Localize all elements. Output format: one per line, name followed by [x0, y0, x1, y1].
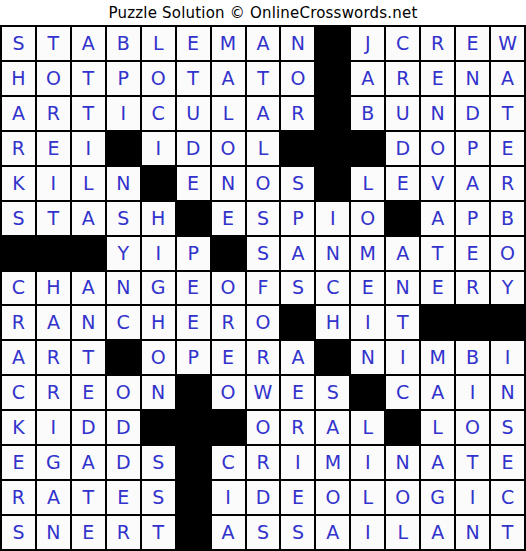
letter-cell: E	[2, 446, 35, 479]
letter-cell: L	[386, 516, 419, 549]
letter-cell: I	[37, 167, 70, 200]
letter-cell: C	[107, 306, 140, 339]
letter-cell: N	[281, 27, 314, 60]
letter-cell: I	[281, 446, 314, 479]
letter-cell: H	[142, 306, 175, 339]
letter-cell: C	[316, 272, 349, 305]
letter-cell: N	[456, 62, 489, 95]
letter-cell: R	[2, 481, 35, 514]
letter-cell: S	[2, 516, 35, 549]
letter-cell: I	[456, 481, 489, 514]
page-title: Puzzle Solution © OnlineCrosswords.net	[0, 0, 526, 25]
letter-cell: D	[456, 97, 489, 130]
letter-cell: T	[72, 62, 105, 95]
letter-cell: S	[247, 237, 280, 270]
letter-cell: P	[107, 62, 140, 95]
letter-cell: D	[72, 411, 105, 444]
letter-cell: M	[421, 341, 454, 374]
letter-cell: O	[247, 167, 280, 200]
block-cell	[314, 60, 351, 97]
letter-cell: E	[491, 132, 524, 165]
letter-cell: A	[72, 272, 105, 305]
block-cell	[70, 235, 107, 272]
letter-cell: A	[247, 27, 280, 60]
letter-cell: Y	[491, 272, 524, 305]
block-cell	[314, 130, 351, 167]
letter-cell: S	[2, 27, 35, 60]
letter-cell: T	[37, 27, 70, 60]
letter-cell: P	[456, 132, 489, 165]
letter-cell: F	[247, 272, 280, 305]
block-cell	[279, 304, 316, 341]
letter-cell: C	[491, 481, 524, 514]
letter-cell: O	[107, 376, 140, 409]
letter-cell: I	[142, 237, 175, 270]
block-cell	[279, 130, 316, 167]
letter-cell: R	[212, 306, 245, 339]
block-cell	[349, 130, 386, 167]
block-cell	[384, 409, 421, 446]
letter-cell: U	[177, 97, 210, 130]
letter-cell: E	[212, 202, 245, 235]
letter-cell: T	[72, 341, 105, 374]
block-cell	[140, 409, 177, 446]
letter-cell: R	[247, 341, 280, 374]
letter-cell: A	[247, 97, 280, 130]
letter-cell: T	[421, 237, 454, 270]
letter-cell: T	[177, 62, 210, 95]
letter-cell: N	[456, 516, 489, 549]
block-cell	[175, 479, 212, 516]
letter-cell: I	[37, 411, 70, 444]
letter-cell: P	[177, 341, 210, 374]
letter-cell: W	[491, 27, 524, 60]
letter-cell: N	[212, 167, 245, 200]
letter-cell: N	[142, 376, 175, 409]
block-cell	[175, 374, 212, 411]
letter-cell: B	[351, 97, 384, 130]
letter-cell: N	[107, 272, 140, 305]
block-cell	[454, 304, 491, 341]
letter-cell: R	[107, 516, 140, 549]
letter-cell: O	[212, 272, 245, 305]
letter-cell: N	[491, 376, 524, 409]
letter-cell: E	[281, 376, 314, 409]
letter-cell: E	[456, 27, 489, 60]
letter-cell: E	[491, 446, 524, 479]
letter-cell: U	[386, 97, 419, 130]
block-cell	[175, 409, 212, 446]
letter-cell: W	[247, 376, 280, 409]
letter-cell: E	[421, 62, 454, 95]
letter-cell: A	[72, 446, 105, 479]
letter-cell: B	[107, 27, 140, 60]
letter-cell: B	[456, 341, 489, 374]
letter-cell: C	[386, 27, 419, 60]
letter-cell: N	[421, 97, 454, 130]
letter-cell: N	[107, 167, 140, 200]
letter-cell: E	[177, 27, 210, 60]
letter-cell: S	[247, 202, 280, 235]
letter-cell: D	[177, 132, 210, 165]
letter-cell: G	[142, 272, 175, 305]
letter-cell: T	[37, 202, 70, 235]
letter-cell: I	[212, 481, 245, 514]
letter-cell: A	[386, 237, 419, 270]
letter-cell: P	[456, 202, 489, 235]
letter-cell: T	[72, 97, 105, 130]
letter-cell: O	[247, 411, 280, 444]
letter-cell: T	[386, 306, 419, 339]
letter-cell: S	[142, 481, 175, 514]
letter-cell: P	[177, 237, 210, 270]
letter-cell: I	[107, 97, 140, 130]
letter-cell: O	[316, 481, 349, 514]
letter-cell: E	[456, 237, 489, 270]
letter-cell: O	[247, 306, 280, 339]
letter-cell: N	[72, 306, 105, 339]
letter-cell: I	[386, 341, 419, 374]
letter-cell: A	[212, 516, 245, 549]
block-cell	[314, 165, 351, 202]
block-cell	[489, 304, 526, 341]
letter-cell: O	[351, 202, 384, 235]
letter-cell: R	[421, 27, 454, 60]
letter-cell: H	[37, 272, 70, 305]
block-cell	[175, 200, 212, 237]
letter-cell: L	[72, 167, 105, 200]
block-cell	[384, 200, 421, 237]
crossword-grid: STABLEMANJCREWHOTPOTATOARENAARTICULARBUN…	[0, 25, 526, 551]
letter-cell: S	[281, 167, 314, 200]
letter-cell: C	[142, 97, 175, 130]
letter-cell: T	[456, 446, 489, 479]
letter-cell: O	[421, 132, 454, 165]
letter-cell: A	[421, 376, 454, 409]
letter-cell: S	[2, 202, 35, 235]
block-cell	[175, 514, 212, 551]
letter-cell: E	[212, 341, 245, 374]
letter-cell: R	[281, 411, 314, 444]
letter-cell: O	[281, 62, 314, 95]
letter-cell: N	[386, 272, 419, 305]
letter-cell: B	[491, 202, 524, 235]
letter-cell: E	[177, 306, 210, 339]
letter-cell: D	[107, 446, 140, 479]
letter-cell: E	[386, 167, 419, 200]
letter-cell: C	[386, 376, 419, 409]
letter-cell: A	[281, 237, 314, 270]
letter-cell: A	[2, 97, 35, 130]
letter-cell: A	[72, 202, 105, 235]
block-cell	[140, 165, 177, 202]
letter-cell: A	[281, 341, 314, 374]
letter-cell: O	[142, 62, 175, 95]
letter-cell: E	[177, 272, 210, 305]
letter-cell: O	[491, 237, 524, 270]
letter-cell: O	[212, 132, 245, 165]
letter-cell: O	[456, 411, 489, 444]
letter-cell: E	[37, 132, 70, 165]
letter-cell: E	[281, 481, 314, 514]
letter-cell: R	[2, 132, 35, 165]
block-cell	[210, 235, 247, 272]
letter-cell: E	[421, 272, 454, 305]
letter-cell: A	[316, 411, 349, 444]
letter-cell: A	[421, 516, 454, 549]
block-cell	[105, 130, 142, 167]
letter-cell: R	[386, 62, 419, 95]
block-cell	[105, 339, 142, 376]
letter-cell: I	[351, 516, 384, 549]
letter-cell: P	[281, 202, 314, 235]
letter-cell: C	[2, 376, 35, 409]
letter-cell: I	[491, 341, 524, 374]
letter-cell: E	[72, 516, 105, 549]
letter-cell: T	[491, 516, 524, 549]
letter-cell: S	[247, 516, 280, 549]
letter-cell: I	[72, 132, 105, 165]
letter-cell: S	[107, 202, 140, 235]
block-cell	[419, 304, 456, 341]
letter-cell: Y	[107, 237, 140, 270]
letter-cell: D	[386, 132, 419, 165]
letter-cell: I	[142, 132, 175, 165]
letter-cell: M	[316, 446, 349, 479]
letter-cell: O	[212, 376, 245, 409]
letter-cell: I	[316, 202, 349, 235]
letter-cell: M	[212, 27, 245, 60]
letter-cell: S	[316, 376, 349, 409]
letter-cell: T	[247, 62, 280, 95]
letter-cell: A	[72, 27, 105, 60]
letter-cell: N	[386, 446, 419, 479]
letter-cell: A	[316, 516, 349, 549]
letter-cell: K	[2, 411, 35, 444]
block-cell	[210, 409, 247, 446]
block-cell	[35, 235, 72, 272]
letter-cell: R	[2, 306, 35, 339]
letter-cell: N	[37, 516, 70, 549]
letter-cell: R	[491, 167, 524, 200]
letter-cell: A	[421, 446, 454, 479]
letter-cell: L	[212, 97, 245, 130]
letter-cell: E	[351, 272, 384, 305]
letter-cell: C	[2, 272, 35, 305]
letter-cell: O	[142, 341, 175, 374]
letter-cell: C	[212, 446, 245, 479]
letter-cell: S	[281, 272, 314, 305]
block-cell	[0, 235, 37, 272]
block-cell	[314, 25, 351, 62]
letter-cell: R	[281, 97, 314, 130]
block-cell	[175, 444, 212, 481]
letter-cell: A	[212, 62, 245, 95]
letter-cell: H	[2, 62, 35, 95]
letter-cell: L	[142, 27, 175, 60]
letter-cell: A	[37, 306, 70, 339]
letter-cell: R	[247, 446, 280, 479]
block-cell	[314, 339, 351, 376]
letter-cell: N	[351, 341, 384, 374]
letter-cell: M	[351, 237, 384, 270]
letter-cell: A	[2, 341, 35, 374]
letter-cell: L	[351, 411, 384, 444]
letter-cell: V	[421, 167, 454, 200]
letter-cell: O	[37, 62, 70, 95]
letter-cell: E	[72, 376, 105, 409]
letter-cell: A	[37, 481, 70, 514]
letter-cell: L	[247, 132, 280, 165]
block-cell	[314, 95, 351, 132]
letter-cell: T	[142, 516, 175, 549]
letter-cell: R	[37, 376, 70, 409]
letter-cell: L	[351, 167, 384, 200]
letter-cell: G	[37, 446, 70, 479]
letter-cell: T	[491, 97, 524, 130]
letter-cell: I	[351, 306, 384, 339]
letter-cell: A	[351, 62, 384, 95]
letter-cell: T	[72, 481, 105, 514]
letter-cell: R	[37, 97, 70, 130]
block-cell	[349, 374, 386, 411]
letter-cell: K	[2, 167, 35, 200]
letter-cell: R	[37, 341, 70, 374]
letter-cell: N	[316, 237, 349, 270]
letter-cell: A	[491, 62, 524, 95]
letter-cell: I	[456, 376, 489, 409]
letter-cell: D	[247, 481, 280, 514]
letter-cell: E	[177, 167, 210, 200]
letter-cell: H	[142, 202, 175, 235]
letter-cell: L	[351, 481, 384, 514]
letter-cell: L	[421, 411, 454, 444]
letter-cell: I	[351, 446, 384, 479]
letter-cell: H	[316, 306, 349, 339]
letter-cell: D	[107, 411, 140, 444]
letter-cell: A	[456, 167, 489, 200]
letter-cell: O	[386, 481, 419, 514]
letter-cell: S	[142, 446, 175, 479]
letter-cell: S	[491, 411, 524, 444]
letter-cell: S	[281, 516, 314, 549]
letter-cell: A	[421, 202, 454, 235]
letter-cell: R	[456, 272, 489, 305]
letter-cell: G	[421, 481, 454, 514]
letter-cell: J	[351, 27, 384, 60]
letter-cell: E	[107, 481, 140, 514]
